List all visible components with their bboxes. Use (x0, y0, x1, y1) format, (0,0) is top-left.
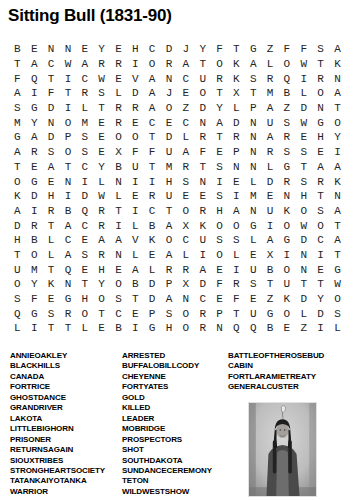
word-list-item: GHOSTDANCE (10, 393, 105, 403)
grid-cell-r9c9: T (144, 160, 161, 175)
grid-cell-r18c20: O (329, 292, 346, 307)
grid-cell-r6c18: W (295, 115, 312, 130)
grid-cell-r11c15: M (245, 189, 262, 204)
grid-cell-r9c15: N (245, 160, 262, 175)
grid-cell-r14c10: O (161, 233, 178, 248)
grid-cell-r10c18: S (295, 174, 312, 189)
word-list-item: WILDWESTSHOW (122, 487, 212, 497)
word-list-item: ANNIEOAKLEY (10, 351, 105, 361)
grid-cell-r17c20: W (329, 277, 346, 292)
grid-cell-r10c4: N (60, 174, 77, 189)
grid-cell-r6c8: E (127, 115, 144, 130)
grid-cell-r12c16: U (262, 204, 279, 219)
grid-cell-r7c13: T (211, 130, 228, 145)
grid-cell-r5c19: N (312, 101, 329, 116)
grid-cell-r17c2: Y (26, 277, 43, 292)
grid-cell-r11c17: N (279, 189, 296, 204)
grid-cell-r13c18: W (295, 218, 312, 233)
grid-cell-r10c8: I (127, 174, 144, 189)
grid-cell-r2c2: A (26, 57, 43, 72)
grid-cell-r8c6: E (93, 145, 110, 160)
grid-cell-r18c17: K (279, 292, 296, 307)
grid-cell-r19c12: R (194, 306, 211, 321)
grid-cell-r10c16: D (262, 174, 279, 189)
grid-cell-r14c6: A (93, 233, 110, 248)
grid-cell-r13c9: B (144, 218, 161, 233)
grid-cell-r6c14: D (228, 115, 245, 130)
grid-cell-r18c9: D (144, 292, 161, 307)
grid-cell-r19c19: D (312, 306, 329, 321)
grid-cell-r7c19: H (312, 130, 329, 145)
word-list-item: TETON (122, 476, 212, 486)
word-list-item: MOBRIDGE (122, 424, 212, 434)
grid-cell-r3c18: I (295, 71, 312, 86)
grid-cell-r20c10: H (161, 321, 178, 336)
grid-cell-r10c9: I (144, 174, 161, 189)
grid-cell-r18c12: C (194, 292, 211, 307)
grid-cell-r19c8: E (127, 306, 144, 321)
grid-cell-r3c1: F (9, 71, 26, 86)
grid-cell-r13c12: K (194, 218, 211, 233)
grid-cell-r15c12: I (194, 248, 211, 263)
grid-cell-r19c18: L (295, 306, 312, 321)
grid-cell-r13c4: A (60, 218, 77, 233)
grid-cell-r17c15: S (245, 277, 262, 292)
grid-cell-r14c12: U (194, 233, 211, 248)
grid-cell-r14c16: A (262, 233, 279, 248)
word-list-item: PROSPECTORS (122, 435, 212, 445)
grid-cell-r7c4: P (60, 130, 77, 145)
grid-cell-r4c5: R (76, 86, 93, 101)
grid-cell-r19c13: P (211, 306, 228, 321)
grid-cell-r1c16: Z (262, 42, 279, 57)
grid-cell-r11c1: K (9, 189, 26, 204)
word-list-item: STRONGHEARTSOCIETY (10, 466, 105, 476)
grid-cell-r1c19: S (312, 42, 329, 57)
grid-cell-r2c6: R (93, 57, 110, 72)
grid-cell-r8c7: X (110, 145, 127, 160)
grid-cell-r13c17: O (279, 218, 296, 233)
grid-cell-r20c12: R (194, 321, 211, 336)
grid-cell-r11c16: E (262, 189, 279, 204)
grid-cell-r11c2: D (26, 189, 43, 204)
word-list-item: KILLED (122, 403, 212, 413)
grid-cell-r17c10: P (161, 277, 178, 292)
grid-cell-r7c17: R (279, 130, 296, 145)
grid-cell-r19c5: O (76, 306, 93, 321)
grid-cell-r6c11: C (177, 115, 194, 130)
grid-cell-r15c9: E (144, 248, 161, 263)
grid-cell-r9c3: A (43, 160, 60, 175)
grid-cell-r10c3: E (43, 174, 60, 189)
grid-cell-r18c8: T (127, 292, 144, 307)
grid-cell-r16c1: U (9, 262, 26, 277)
grid-cell-r3c6: W (93, 71, 110, 86)
grid-cell-r7c16: A (262, 130, 279, 145)
grid-cell-r12c20: A (329, 204, 346, 219)
grid-cell-r20c8: I (127, 321, 144, 336)
grid-cell-r19c2: G (26, 306, 43, 321)
grid-cell-r20c3: T (43, 321, 60, 336)
grid-cell-r13c3: T (43, 218, 60, 233)
grid-cell-r16c11: R (177, 262, 194, 277)
grid-cell-r2c3: C (43, 57, 60, 72)
word-list-item: GENERALCUSTER (228, 382, 324, 392)
grid-cell-r4c8: D (127, 86, 144, 101)
grid-cell-r9c10: M (161, 160, 178, 175)
grid-cell-r14c13: S (211, 233, 228, 248)
grid-cell-r5c20: T (329, 101, 346, 116)
grid-cell-r4c11: E (177, 86, 194, 101)
grid-cell-r19c14: T (228, 306, 245, 321)
grid-cell-r8c17: S (279, 145, 296, 160)
grid-cell-r20c15: Q (245, 321, 262, 336)
grid-cell-r7c6: E (93, 130, 110, 145)
grid-cell-r14c11: C (177, 233, 194, 248)
word-list-item: RETURNSAGAIN (10, 445, 105, 455)
word-list-item: TATANKAIYOTANKA (10, 476, 105, 486)
grid-cell-r5c4: I (60, 101, 77, 116)
grid-cell-r12c2: I (26, 204, 43, 219)
grid-cell-r17c19: T (312, 277, 329, 292)
grid-cell-r9c16: L (262, 160, 279, 175)
grid-cell-r16c6: H (93, 262, 110, 277)
grid-cell-r16c8: A (127, 262, 144, 277)
grid-cell-r1c11: J (177, 42, 194, 57)
grid-cell-r13c2: R (26, 218, 43, 233)
grid-cell-r14c9: K (144, 233, 161, 248)
grid-cell-r10c20: K (329, 174, 346, 189)
grid-cell-r3c15: S (245, 71, 262, 86)
grid-cell-r8c13: E (211, 145, 228, 160)
grid-cell-r9c17: G (279, 160, 296, 175)
word-list-item: GRANDRIVER (10, 403, 105, 413)
grid-cell-r12c4: B (60, 204, 77, 219)
grid-cell-r5c3: D (43, 101, 60, 116)
grid-cell-r3c10: N (161, 71, 178, 86)
grid-cell-r5c1: S (9, 101, 26, 116)
grid-cell-r3c12: U (194, 71, 211, 86)
grid-cell-r2c4: W (60, 57, 77, 72)
grid-cell-r12c18: O (295, 204, 312, 219)
grid-cell-r18c6: O (93, 292, 110, 307)
grid-cell-r14c5: E (76, 233, 93, 248)
grid-cell-r16c16: B (262, 262, 279, 277)
grid-cell-r11c6: W (93, 189, 110, 204)
grid-cell-r20c2: I (26, 321, 43, 336)
grid-cell-r17c12: D (194, 277, 211, 292)
grid-cell-r14c17: G (279, 233, 296, 248)
grid-cell-r8c20: I (329, 145, 346, 160)
grid-cell-r17c14: R (228, 277, 245, 292)
grid-cell-r5c2: G (26, 101, 43, 116)
grid-cell-r7c3: D (43, 130, 60, 145)
grid-cell-r20c17: E (279, 321, 296, 336)
grid-cell-r6c17: S (279, 115, 296, 130)
grid-cell-r15c7: N (110, 248, 127, 263)
grid-cell-r2c15: A (245, 57, 262, 72)
grid-cell-r11c18: H (295, 189, 312, 204)
grid-cell-r2c1: T (9, 57, 26, 72)
grid-cell-r20c1: L (9, 321, 26, 336)
grid-cell-r16c2: M (26, 262, 43, 277)
grid-cell-r7c15: N (245, 130, 262, 145)
grid-cell-r4c2: I (26, 86, 43, 101)
grid-cell-r1c13: F (211, 42, 228, 57)
grid-cell-r16c15: U (245, 262, 262, 277)
grid-cell-r2c16: L (262, 57, 279, 72)
grid-cell-r8c3: S (43, 145, 60, 160)
grid-cell-r11c3: H (43, 189, 60, 204)
grid-cell-r6c2: Y (26, 115, 43, 130)
word-list-item: LITTLEBIGHORN (10, 424, 105, 434)
grid-cell-r7c5: S (76, 130, 93, 145)
grid-cell-r8c1: A (9, 145, 26, 160)
grid-cell-r12c1: A (9, 204, 26, 219)
grid-cell-r20c19: I (312, 321, 329, 336)
grid-cell-r7c20: Y (329, 130, 346, 145)
word-list-column-3: BATTLEOFTHEROSEBUDCABINFORTLARAMIETREATY… (228, 351, 324, 393)
grid-cell-r10c14: E (228, 174, 245, 189)
grid-cell-r13c5: C (76, 218, 93, 233)
word-list-item: BUFFALOBILLCODY (122, 361, 212, 371)
word-list-item: GOLD (122, 393, 212, 403)
grid-cell-r4c15: T (245, 86, 262, 101)
grid-cell-r11c19: T (312, 189, 329, 204)
grid-cell-r1c20: A (329, 42, 346, 57)
grid-cell-r18c19: Y (312, 292, 329, 307)
grid-cell-r20c13: N (211, 321, 228, 336)
grid-cell-r17c13: F (211, 277, 228, 292)
word-list-item: CABIN (228, 361, 324, 371)
grid-cell-r19c1: Q (9, 306, 26, 321)
grid-cell-r6c6: E (93, 115, 110, 130)
word-search-grid: BENNEYEHCDJYFTGZFFSATACWARRIORATOKALOWTK… (9, 42, 346, 336)
word-search-worksheet: Sitting Bull (1831-90) BENNEYEHCDJYFTGZF… (0, 0, 353, 500)
grid-cell-r15c17: I (279, 248, 296, 263)
grid-cell-r4c9: A (144, 86, 161, 101)
grid-cell-r17c8: B (127, 277, 144, 292)
grid-cell-r10c17: R (279, 174, 296, 189)
grid-cell-r6c4: O (60, 115, 77, 130)
grid-cell-r15c11: L (177, 248, 194, 263)
grid-cell-r19c4: R (60, 306, 77, 321)
grid-cell-r6c20: O (329, 115, 346, 130)
grid-cell-r3c20: N (329, 71, 346, 86)
grid-cell-r20c20: L (329, 321, 346, 336)
grid-cell-r10c6: L (93, 174, 110, 189)
sitting-bull-photo (248, 402, 317, 497)
grid-cell-r15c19: I (312, 248, 329, 263)
grid-cell-r17c4: N (60, 277, 77, 292)
grid-cell-r5c10: O (161, 101, 178, 116)
grid-cell-r5c14: L (228, 101, 245, 116)
sitting-bull-photo-image (249, 403, 316, 496)
grid-cell-r19c16: G (262, 306, 279, 321)
grid-cell-r7c8: O (127, 130, 144, 145)
word-list-item: FORTYATES (122, 382, 212, 392)
grid-cell-r4c3: F (43, 86, 60, 101)
grid-cell-r4c17: B (279, 86, 296, 101)
grid-cell-r19c15: U (245, 306, 262, 321)
grid-cell-r14c14: S (228, 233, 245, 248)
grid-cell-r18c7: S (110, 292, 127, 307)
grid-cell-r16c12: A (194, 262, 211, 277)
grid-cell-r9c18: T (295, 160, 312, 175)
grid-cell-r17c1: O (9, 277, 26, 292)
grid-cell-r14c2: B (26, 233, 43, 248)
grid-cell-r14c8: V (127, 233, 144, 248)
grid-cell-r2c17: O (279, 57, 296, 72)
grid-cell-r1c2: E (26, 42, 43, 57)
grid-cell-r20c14: Q (228, 321, 245, 336)
grid-cell-r19c9: P (144, 306, 161, 321)
grid-cell-r11c12: E (194, 189, 211, 204)
grid-cell-r12c3: R (43, 204, 60, 219)
grid-cell-r4c1: A (9, 86, 26, 101)
grid-cell-r9c20: A (329, 160, 346, 175)
grid-cell-r13c13: O (211, 218, 228, 233)
grid-cell-r2c7: R (110, 57, 127, 72)
grid-cell-r11c8: E (127, 189, 144, 204)
grid-cell-r2c10: R (161, 57, 178, 72)
grid-cell-r9c4: T (60, 160, 77, 175)
grid-cell-r14c4: C (60, 233, 77, 248)
grid-cell-r2c12: T (194, 57, 211, 72)
grid-cell-r9c5: C (76, 160, 93, 175)
grid-cell-r4c7: L (110, 86, 127, 101)
grid-cell-r5c12: D (194, 101, 211, 116)
grid-cell-r19c11: O (177, 306, 194, 321)
grid-cell-r3c13: R (211, 71, 228, 86)
word-list-item: WARRIOR (10, 487, 105, 497)
grid-cell-r7c11: L (177, 130, 194, 145)
grid-cell-r9c13: S (211, 160, 228, 175)
word-list-item: FORTRICE (10, 382, 105, 392)
grid-cell-r8c4: O (60, 145, 77, 160)
grid-cell-r1c9: C (144, 42, 161, 57)
grid-cell-r7c18: E (295, 130, 312, 145)
grid-cell-r12c10: T (161, 204, 178, 219)
grid-cell-r1c1: B (9, 42, 26, 57)
grid-cell-r5c8: R (127, 101, 144, 116)
grid-cell-r17c7: O (110, 277, 127, 292)
word-list-column-2: ARRESTEDBUFFALOBILLCODYCHEYENNEFORTYATES… (122, 351, 212, 497)
grid-cell-r3c2: Q (26, 71, 43, 86)
grid-cell-r3c17: Q (279, 71, 296, 86)
grid-cell-r3c5: C (76, 71, 93, 86)
word-list-item: BLACKHILLS (10, 361, 105, 371)
word-list-item: FORTLARAMIETREATY (228, 372, 324, 382)
grid-cell-r8c18: S (295, 145, 312, 160)
grid-cell-r13c10: A (161, 218, 178, 233)
grid-cell-r15c2: O (26, 248, 43, 263)
grid-cell-r4c10: J (161, 86, 178, 101)
grid-cell-r16c13: E (211, 262, 228, 277)
grid-cell-r16c18: N (295, 262, 312, 277)
grid-cell-r6c3: N (43, 115, 60, 130)
grid-cell-r11c20: N (329, 189, 346, 204)
grid-cell-r15c10: A (161, 248, 178, 263)
grid-cell-r15c20: T (329, 248, 346, 263)
grid-cell-r2c19: T (312, 57, 329, 72)
grid-cell-r11c10: U (161, 189, 178, 204)
grid-cell-r5c5: L (76, 101, 93, 116)
grid-cell-r11c11: E (177, 189, 194, 204)
grid-cell-r4c20: A (329, 86, 346, 101)
word-list-item: BATTLEOFTHEROSEBUD (228, 351, 324, 361)
grid-cell-r10c7: N (110, 174, 127, 189)
word-list-item: LEADER (122, 414, 212, 424)
grid-cell-r2c11: A (177, 57, 194, 72)
grid-cell-r12c9: C (144, 204, 161, 219)
grid-cell-r4c19: O (312, 86, 329, 101)
grid-cell-r14c7: A (110, 233, 127, 248)
grid-cell-r7c12: R (194, 130, 211, 145)
grid-cell-r5c13: Y (211, 101, 228, 116)
grid-cell-r19c6: T (93, 306, 110, 321)
word-list-item: PRISONER (10, 435, 105, 445)
grid-cell-r3c16: R (262, 71, 279, 86)
grid-cell-r3c3: T (43, 71, 60, 86)
grid-cell-r8c5: S (76, 145, 93, 160)
grid-cell-r10c12: N (194, 174, 211, 189)
grid-cell-r19c20: S (329, 306, 346, 321)
grid-cell-r17c17: U (279, 277, 296, 292)
grid-cell-r15c13: O (211, 248, 228, 263)
grid-cell-r9c1: T (9, 160, 26, 175)
grid-cell-r3c19: R (312, 71, 329, 86)
grid-cell-r1c4: N (60, 42, 77, 57)
grid-cell-r13c8: L (127, 218, 144, 233)
page-title: Sitting Bull (1831-90) (8, 6, 172, 26)
grid-cell-r10c19: R (312, 174, 329, 189)
grid-cell-r4c14: X (228, 86, 245, 101)
grid-cell-r18c1: S (9, 292, 26, 307)
grid-cell-r7c7: O (110, 130, 127, 145)
grid-cell-r9c6: Y (93, 160, 110, 175)
grid-cell-r12c15: N (245, 204, 262, 219)
grid-cell-r13c1: D (9, 218, 26, 233)
grid-cell-r10c13: I (211, 174, 228, 189)
grid-cell-r15c8: L (127, 248, 144, 263)
grid-cell-r16c3: T (43, 262, 60, 277)
grid-cell-r2c13: O (211, 57, 228, 72)
grid-cell-r12c17: K (279, 204, 296, 219)
grid-cell-r18c11: N (177, 292, 194, 307)
grid-cell-r20c9: G (144, 321, 161, 336)
grid-cell-r3c11: C (177, 71, 194, 86)
grid-cell-r10c2: G (26, 174, 43, 189)
grid-cell-r15c16: X (262, 248, 279, 263)
grid-cell-r8c10: U (161, 145, 178, 160)
grid-cell-r6c5: M (76, 115, 93, 130)
word-list-item: SOUTHDAKOTA (122, 456, 212, 466)
grid-cell-r15c4: A (60, 248, 77, 263)
grid-cell-r13c19: O (312, 218, 329, 233)
grid-cell-r11c7: L (110, 189, 127, 204)
grid-cell-r3c9: A (144, 71, 161, 86)
grid-cell-r2c5: A (76, 57, 93, 72)
grid-cell-r16c5: E (76, 262, 93, 277)
grid-cell-r16c20: G (329, 262, 346, 277)
grid-cell-r17c9: D (144, 277, 161, 292)
grid-cell-r1c8: H (127, 42, 144, 57)
grid-cell-r14c18: D (295, 233, 312, 248)
grid-cell-r11c4: I (60, 189, 77, 204)
grid-cell-r2c20: K (329, 57, 346, 72)
grid-cell-r7c1: G (9, 130, 26, 145)
